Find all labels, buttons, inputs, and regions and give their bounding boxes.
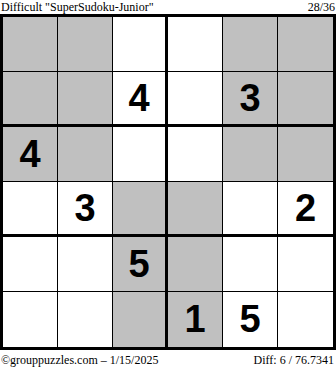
cell-r5c1[interactable]	[3, 237, 58, 292]
cell-r1c2[interactable]	[58, 17, 113, 72]
cell-r4c5[interactable]	[223, 182, 278, 237]
cell-r6c4[interactable]: 1	[168, 292, 223, 347]
cell-r6c5[interactable]: 5	[223, 292, 278, 347]
cell-r5c3[interactable]: 5	[113, 237, 168, 292]
cell-r3c1[interactable]: 4	[3, 127, 58, 182]
cell-r1c1[interactable]	[3, 17, 58, 72]
cell-r1c6[interactable]	[278, 17, 333, 72]
cell-r4c3[interactable]	[113, 182, 168, 237]
cell-r3c4[interactable]	[168, 127, 223, 182]
cell-r5c4[interactable]	[168, 237, 223, 292]
cell-r6c1[interactable]	[3, 292, 58, 347]
header: Difficult "SuperSudoku-Junior" 28/36	[0, 0, 336, 14]
cell-r2c5[interactable]: 3	[223, 72, 278, 127]
cell-r2c6[interactable]	[278, 72, 333, 127]
cell-r4c4[interactable]	[168, 182, 223, 237]
board: 43432515	[0, 14, 336, 350]
cell-r5c6[interactable]	[278, 237, 333, 292]
cell-r1c4[interactable]	[168, 17, 223, 72]
cell-r4c6[interactable]: 2	[278, 182, 333, 237]
cell-r4c2[interactable]: 3	[58, 182, 113, 237]
copyright-date: ©grouppuzzles.com – 1/15/2025	[1, 353, 158, 368]
cell-r2c4[interactable]	[168, 72, 223, 127]
cell-r3c2[interactable]	[58, 127, 113, 182]
cell-r1c5[interactable]	[223, 17, 278, 72]
cell-r3c3[interactable]	[113, 127, 168, 182]
cell-r6c3[interactable]	[113, 292, 168, 347]
cell-r3c6[interactable]	[278, 127, 333, 182]
cell-r1c3[interactable]	[113, 17, 168, 72]
cell-r4c1[interactable]	[3, 182, 58, 237]
cell-r2c2[interactable]	[58, 72, 113, 127]
cell-r2c3[interactable]: 4	[113, 72, 168, 127]
cell-r6c2[interactable]	[58, 292, 113, 347]
puzzle-title: Difficult "SuperSudoku-Junior"	[1, 0, 154, 14]
cell-r6c6[interactable]	[278, 292, 333, 347]
difficulty-rating: Diff: 6 / 76.7341	[254, 353, 334, 368]
cells-remaining-counter: 28/36	[308, 0, 335, 14]
cell-r2c1[interactable]	[3, 72, 58, 127]
footer: ©grouppuzzles.com – 1/15/2025 Diff: 6 / …	[0, 350, 336, 370]
cell-r5c5[interactable]	[223, 237, 278, 292]
cell-r5c2[interactable]	[58, 237, 113, 292]
cell-r3c5[interactable]	[223, 127, 278, 182]
